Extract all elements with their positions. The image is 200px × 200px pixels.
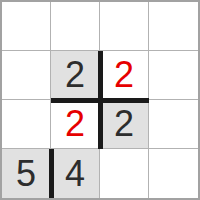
grid-cell-r3c4[interactable]: [149, 100, 198, 149]
grid-cell-r1c1[interactable]: [2, 2, 51, 51]
cell-digit: 2: [114, 106, 134, 142]
grid-cell-r4c2[interactable]: 4: [51, 149, 100, 198]
cell-digit: 2: [65, 106, 85, 142]
grid-cell-r2c1[interactable]: [2, 51, 51, 100]
grid-cell-r4c1[interactable]: 5: [2, 149, 51, 198]
cell-digit: 5: [16, 156, 36, 192]
grid-cell-r1c2[interactable]: [51, 2, 100, 51]
grid-cell-r4c4[interactable]: [149, 149, 198, 198]
wall-segment: [51, 98, 149, 103]
cell-digit: 4: [65, 156, 85, 192]
grid-cell-r3c1[interactable]: [2, 100, 51, 149]
grid-cell-r4c3[interactable]: [100, 149, 149, 198]
grid-cell-r1c4[interactable]: [149, 2, 198, 51]
cell-digit: 2: [114, 57, 134, 93]
cell-digit: 2: [65, 57, 85, 93]
grid-cell-r2c4[interactable]: [149, 51, 198, 100]
grid-cell-r2c3[interactable]: 2: [100, 51, 149, 100]
grid-cell-r3c2[interactable]: 2: [51, 100, 100, 149]
puzzle-board: 222254: [0, 0, 200, 200]
wall-segment: [49, 149, 54, 198]
grid-cell-r3c3[interactable]: 2: [100, 100, 149, 149]
grid-cell-r2c2[interactable]: 2: [51, 51, 100, 100]
grid-cell-r1c3[interactable]: [100, 2, 149, 51]
